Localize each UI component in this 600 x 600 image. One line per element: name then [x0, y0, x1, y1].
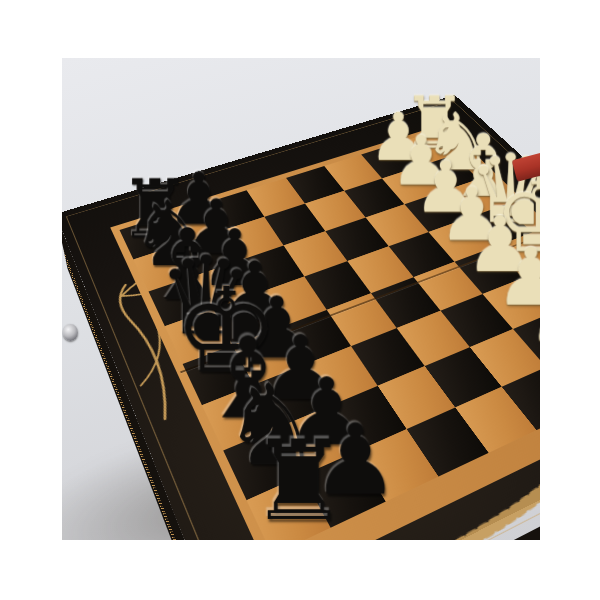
black-rook: ♜ [65, 168, 244, 249]
hinge-clasp-icon [63, 324, 78, 341]
playing-field: ♜♟♟♜♞♟♟♞♝♟♟♝♛♟♟♛♚♟♟♚♝♟♟♝♞♟♟♞♜♟♟♜ [110, 124, 540, 540]
board-square [397, 311, 470, 366]
board-square [414, 262, 483, 311]
white-rook: ♜ [355, 87, 514, 159]
page: { "game": "chess", "view": "perspective … [0, 0, 600, 600]
product-photo: ♜♟♟♜♞♟♟♞♝♟♟♝♛♟♟♛♚♟♟♚♝♟♟♝♞♟♟♞♜♟♟♜ [62, 58, 540, 540]
board-square [455, 387, 536, 453]
chess-board: ♜♟♟♜♞♟♟♞♝♟♟♝♛♟♟♛♚♟♟♚♝♟♟♝♞♟♟♞♜♟♟♜ [119, 129, 540, 540]
